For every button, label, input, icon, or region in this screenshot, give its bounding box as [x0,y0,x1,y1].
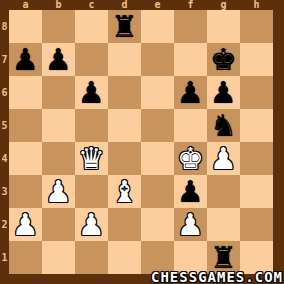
square-a2: ♟ [9,208,42,241]
file-label-h: h [240,0,273,10]
rank-label-5: 5 [0,109,9,142]
square-c6: ♟ [75,76,108,109]
white-queen-c4: ♛ [75,142,108,175]
square-a7: ♟ [9,43,42,76]
square-f8 [174,10,207,43]
square-h5 [240,109,273,142]
black-rook-d8: ♜ [108,10,141,43]
square-e5 [141,109,174,142]
black-knight-g5: ♞ [207,109,240,142]
square-h4 [240,142,273,175]
chess-board: ♜♟♟♚♟♟♟♞♛♚♟♟♝♟♟♟♟♜ [9,10,273,274]
white-pawn-c2: ♟ [75,208,108,241]
square-g5: ♞ [207,109,240,142]
file-label-e: e [141,0,174,10]
square-h7 [240,43,273,76]
square-f2: ♟ [174,208,207,241]
square-e8 [141,10,174,43]
square-d2 [108,208,141,241]
square-b4 [42,142,75,175]
square-c1 [75,241,108,274]
black-pawn-g6: ♟ [207,76,240,109]
square-c8 [75,10,108,43]
square-b8 [42,10,75,43]
square-d6 [108,76,141,109]
square-d3: ♝ [108,175,141,208]
file-label-g: g [207,0,240,10]
square-c3 [75,175,108,208]
square-c4: ♛ [75,142,108,175]
white-bishop-d3: ♝ [108,175,141,208]
square-b6 [42,76,75,109]
white-pawn-a2: ♟ [9,208,42,241]
black-pawn-c6: ♟ [75,76,108,109]
square-b5 [42,109,75,142]
rank-label-8: 8 [0,10,9,43]
file-label-c: c [75,0,108,10]
square-h8 [240,10,273,43]
rank-label-1: 1 [0,241,9,274]
square-c5 [75,109,108,142]
rank-label-3: 3 [0,175,9,208]
rank-label-6: 6 [0,76,9,109]
white-pawn-b3: ♟ [42,175,75,208]
square-d8: ♜ [108,10,141,43]
square-d1 [108,241,141,274]
black-pawn-f6: ♟ [174,76,207,109]
chessgames-watermark: CHESSGAMES.COM [151,271,283,284]
square-f5 [174,109,207,142]
square-e4 [141,142,174,175]
square-d5 [108,109,141,142]
square-f4: ♚ [174,142,207,175]
square-b3: ♟ [42,175,75,208]
square-h3 [240,175,273,208]
black-pawn-b7: ♟ [42,43,75,76]
rank-label-4: 4 [0,142,9,175]
white-pawn-g4: ♟ [207,142,240,175]
square-e2 [141,208,174,241]
square-a8 [9,10,42,43]
square-g2 [207,208,240,241]
square-h2 [240,208,273,241]
square-h6 [240,76,273,109]
square-d7 [108,43,141,76]
square-a5 [9,109,42,142]
square-b7: ♟ [42,43,75,76]
square-c7 [75,43,108,76]
square-g7: ♚ [207,43,240,76]
square-a1 [9,241,42,274]
square-f7 [174,43,207,76]
rank-label-7: 7 [0,43,9,76]
square-g8 [207,10,240,43]
square-e6 [141,76,174,109]
square-b1 [42,241,75,274]
square-a6 [9,76,42,109]
square-g6: ♟ [207,76,240,109]
file-labels: abcdefgh [9,0,273,10]
square-e7 [141,43,174,76]
square-d4 [108,142,141,175]
white-pawn-f2: ♟ [174,208,207,241]
square-f6: ♟ [174,76,207,109]
square-b2 [42,208,75,241]
rank-labels: 87654321 [0,10,9,274]
black-pawn-a7: ♟ [9,43,42,76]
file-label-f: f [174,0,207,10]
square-c2: ♟ [75,208,108,241]
black-king-g7: ♚ [207,43,240,76]
square-f3: ♟ [174,175,207,208]
rank-label-2: 2 [0,208,9,241]
file-label-b: b [42,0,75,10]
square-a3 [9,175,42,208]
chess-board-diagram: abcdefgh 87654321 ♜♟♟♚♟♟♟♞♛♚♟♟♝♟♟♟♟♜ CHE… [0,0,284,284]
square-g4: ♟ [207,142,240,175]
file-label-a: a [9,0,42,10]
square-a4 [9,142,42,175]
white-king-f4: ♚ [174,142,207,175]
black-pawn-f3: ♟ [174,175,207,208]
square-g3 [207,175,240,208]
square-e3 [141,175,174,208]
